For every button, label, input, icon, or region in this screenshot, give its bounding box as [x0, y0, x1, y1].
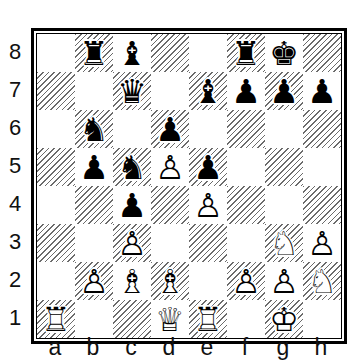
square-a5: [37, 148, 75, 186]
square-h3: ♟♙: [303, 224, 341, 262]
piece-halo: ♞: [113, 148, 151, 186]
square-c5: ♞♞: [113, 148, 151, 186]
square-c4: ♟♟: [113, 186, 151, 224]
chess-diagram: 87654321 ♜♜♝♝♜♜♚♚♛♛♝♝♟♟♟♟♟♟♞♞♟♟♟♟♞♞♟♙♟♟♟…: [0, 0, 360, 360]
square-h5: [303, 148, 341, 186]
square-d6: ♟♟: [151, 110, 189, 148]
square-c7: ♛♛: [113, 72, 151, 110]
square-h2: ♞♘: [303, 262, 341, 300]
piece-white-rook: ♖: [37, 300, 75, 338]
square-e1: ♜♖: [189, 300, 227, 338]
square-g4: [265, 186, 303, 224]
board-frame: ♜♜♝♝♜♜♚♚♛♛♝♝♟♟♟♟♟♟♞♞♟♟♟♟♞♞♟♙♟♟♟♟♟♙♟♙♞♘♟♙…: [36, 33, 342, 339]
piece-black-pawn: ♟: [265, 72, 303, 110]
square-f4: [227, 186, 265, 224]
piece-white-bishop: ♗: [151, 262, 189, 300]
square-g7: ♟♟: [265, 72, 303, 110]
rank-label-5: 5: [1, 147, 29, 185]
rank-label-8: 8: [1, 33, 29, 71]
piece-halo: ♞: [303, 262, 341, 300]
piece-white-king: ♔: [265, 300, 303, 338]
file-label-h: h: [302, 334, 340, 360]
square-d7: [151, 72, 189, 110]
piece-white-pawn: ♙: [113, 224, 151, 262]
piece-white-queen: ♕: [151, 300, 189, 338]
piece-black-knight: ♞: [75, 110, 113, 148]
piece-halo: ♟: [189, 148, 227, 186]
piece-halo: ♟: [227, 262, 265, 300]
piece-black-pawn: ♟: [113, 186, 151, 224]
file-label-c: c: [112, 334, 150, 360]
piece-white-pawn: ♙: [303, 224, 341, 262]
square-d2: ♝♗: [151, 262, 189, 300]
square-e2: [189, 262, 227, 300]
piece-black-queen: ♛: [113, 72, 151, 110]
square-h1: [303, 300, 341, 338]
piece-halo: ♟: [265, 72, 303, 110]
square-f7: ♟♟: [227, 72, 265, 110]
piece-black-rook: ♜: [75, 34, 113, 72]
square-b2: ♟♙: [75, 262, 113, 300]
rank-label-4: 4: [1, 185, 29, 223]
file-label-a: a: [36, 334, 74, 360]
piece-white-pawn: ♙: [189, 186, 227, 224]
square-a7: [37, 72, 75, 110]
square-b7: [75, 72, 113, 110]
piece-halo: ♟: [303, 224, 341, 262]
square-g8: ♚♚: [265, 34, 303, 72]
square-a4: [37, 186, 75, 224]
piece-halo: ♚: [265, 300, 303, 338]
piece-black-pawn: ♟: [189, 148, 227, 186]
square-f8: ♜♜: [227, 34, 265, 72]
square-a6: [37, 110, 75, 148]
square-b3: [75, 224, 113, 262]
rank-label-1: 1: [1, 299, 29, 337]
square-d5: ♟♙: [151, 148, 189, 186]
square-e3: [189, 224, 227, 262]
square-f3: [227, 224, 265, 262]
piece-black-knight: ♞: [113, 148, 151, 186]
piece-halo: ♟: [151, 148, 189, 186]
file-label-d: d: [150, 334, 188, 360]
square-e5: ♟♟: [189, 148, 227, 186]
square-e8: [189, 34, 227, 72]
square-h8: [303, 34, 341, 72]
piece-halo: ♟: [113, 186, 151, 224]
piece-halo: ♟: [189, 186, 227, 224]
square-f2: ♟♙: [227, 262, 265, 300]
piece-halo: ♛: [113, 72, 151, 110]
rank-label-6: 6: [1, 109, 29, 147]
square-c3: ♟♙: [113, 224, 151, 262]
square-c8: ♝♝: [113, 34, 151, 72]
square-a1: ♜♖: [37, 300, 75, 338]
square-h6: [303, 110, 341, 148]
piece-black-pawn: ♟: [227, 72, 265, 110]
piece-white-rook: ♖: [189, 300, 227, 338]
piece-halo: ♟: [75, 148, 113, 186]
piece-halo: ♜: [75, 34, 113, 72]
square-h7: ♟♟: [303, 72, 341, 110]
square-e4: ♟♙: [189, 186, 227, 224]
square-f5: [227, 148, 265, 186]
piece-halo: ♝: [113, 34, 151, 72]
piece-halo: ♜: [37, 300, 75, 338]
square-d1: ♛♕: [151, 300, 189, 338]
file-label-g: g: [264, 334, 302, 360]
piece-halo: ♞: [265, 224, 303, 262]
piece-halo: ♛: [151, 300, 189, 338]
piece-white-knight: ♘: [265, 224, 303, 262]
piece-white-pawn: ♙: [265, 262, 303, 300]
piece-halo: ♟: [75, 262, 113, 300]
piece-black-pawn: ♟: [151, 110, 189, 148]
square-f1: [227, 300, 265, 338]
piece-black-bishop: ♝: [113, 34, 151, 72]
file-label-e: e: [188, 334, 226, 360]
square-d8: [151, 34, 189, 72]
piece-halo: ♚: [265, 34, 303, 72]
square-g3: ♞♘: [265, 224, 303, 262]
square-a2: [37, 262, 75, 300]
piece-halo: ♟: [151, 110, 189, 148]
chess-board: ♜♜♝♝♜♜♚♚♛♛♝♝♟♟♟♟♟♟♞♞♟♟♟♟♞♞♟♙♟♟♟♟♟♙♟♙♞♘♟♙…: [37, 34, 341, 338]
piece-white-pawn: ♙: [227, 262, 265, 300]
square-c6: [113, 110, 151, 148]
piece-halo: ♜: [189, 300, 227, 338]
piece-white-pawn: ♙: [151, 148, 189, 186]
rank-label-2: 2: [1, 261, 29, 299]
piece-halo: ♟: [113, 224, 151, 262]
square-a3: [37, 224, 75, 262]
piece-black-pawn: ♟: [75, 148, 113, 186]
piece-halo: ♟: [303, 72, 341, 110]
square-g1: ♚♔: [265, 300, 303, 338]
piece-black-king: ♚: [265, 34, 303, 72]
file-labels: abcdefgh: [36, 334, 340, 360]
square-f6: [227, 110, 265, 148]
square-b4: [75, 186, 113, 224]
piece-white-bishop: ♗: [113, 262, 151, 300]
piece-black-rook: ♜: [227, 34, 265, 72]
square-a8: [37, 34, 75, 72]
square-g5: [265, 148, 303, 186]
square-e7: ♝♝: [189, 72, 227, 110]
file-label-f: f: [226, 334, 264, 360]
square-g6: [265, 110, 303, 148]
square-d3: [151, 224, 189, 262]
piece-halo: ♞: [75, 110, 113, 148]
square-b5: ♟♟: [75, 148, 113, 186]
piece-halo: ♟: [265, 262, 303, 300]
piece-white-knight: ♘: [303, 262, 341, 300]
file-label-b: b: [74, 334, 112, 360]
square-d4: [151, 186, 189, 224]
rank-label-3: 3: [1, 223, 29, 261]
square-c1: [113, 300, 151, 338]
square-g2: ♟♙: [265, 262, 303, 300]
square-b6: ♞♞: [75, 110, 113, 148]
rank-labels: 87654321: [1, 33, 29, 337]
piece-white-pawn: ♙: [75, 262, 113, 300]
square-e6: [189, 110, 227, 148]
square-h4: [303, 186, 341, 224]
piece-halo: ♝: [189, 72, 227, 110]
piece-halo: ♝: [151, 262, 189, 300]
rank-label-7: 7: [1, 71, 29, 109]
piece-black-bishop: ♝: [189, 72, 227, 110]
square-c2: ♝♗: [113, 262, 151, 300]
piece-black-pawn: ♟: [303, 72, 341, 110]
piece-halo: ♟: [227, 72, 265, 110]
square-b1: [75, 300, 113, 338]
piece-halo: ♝: [113, 262, 151, 300]
square-b8: ♜♜: [75, 34, 113, 72]
piece-halo: ♜: [227, 34, 265, 72]
